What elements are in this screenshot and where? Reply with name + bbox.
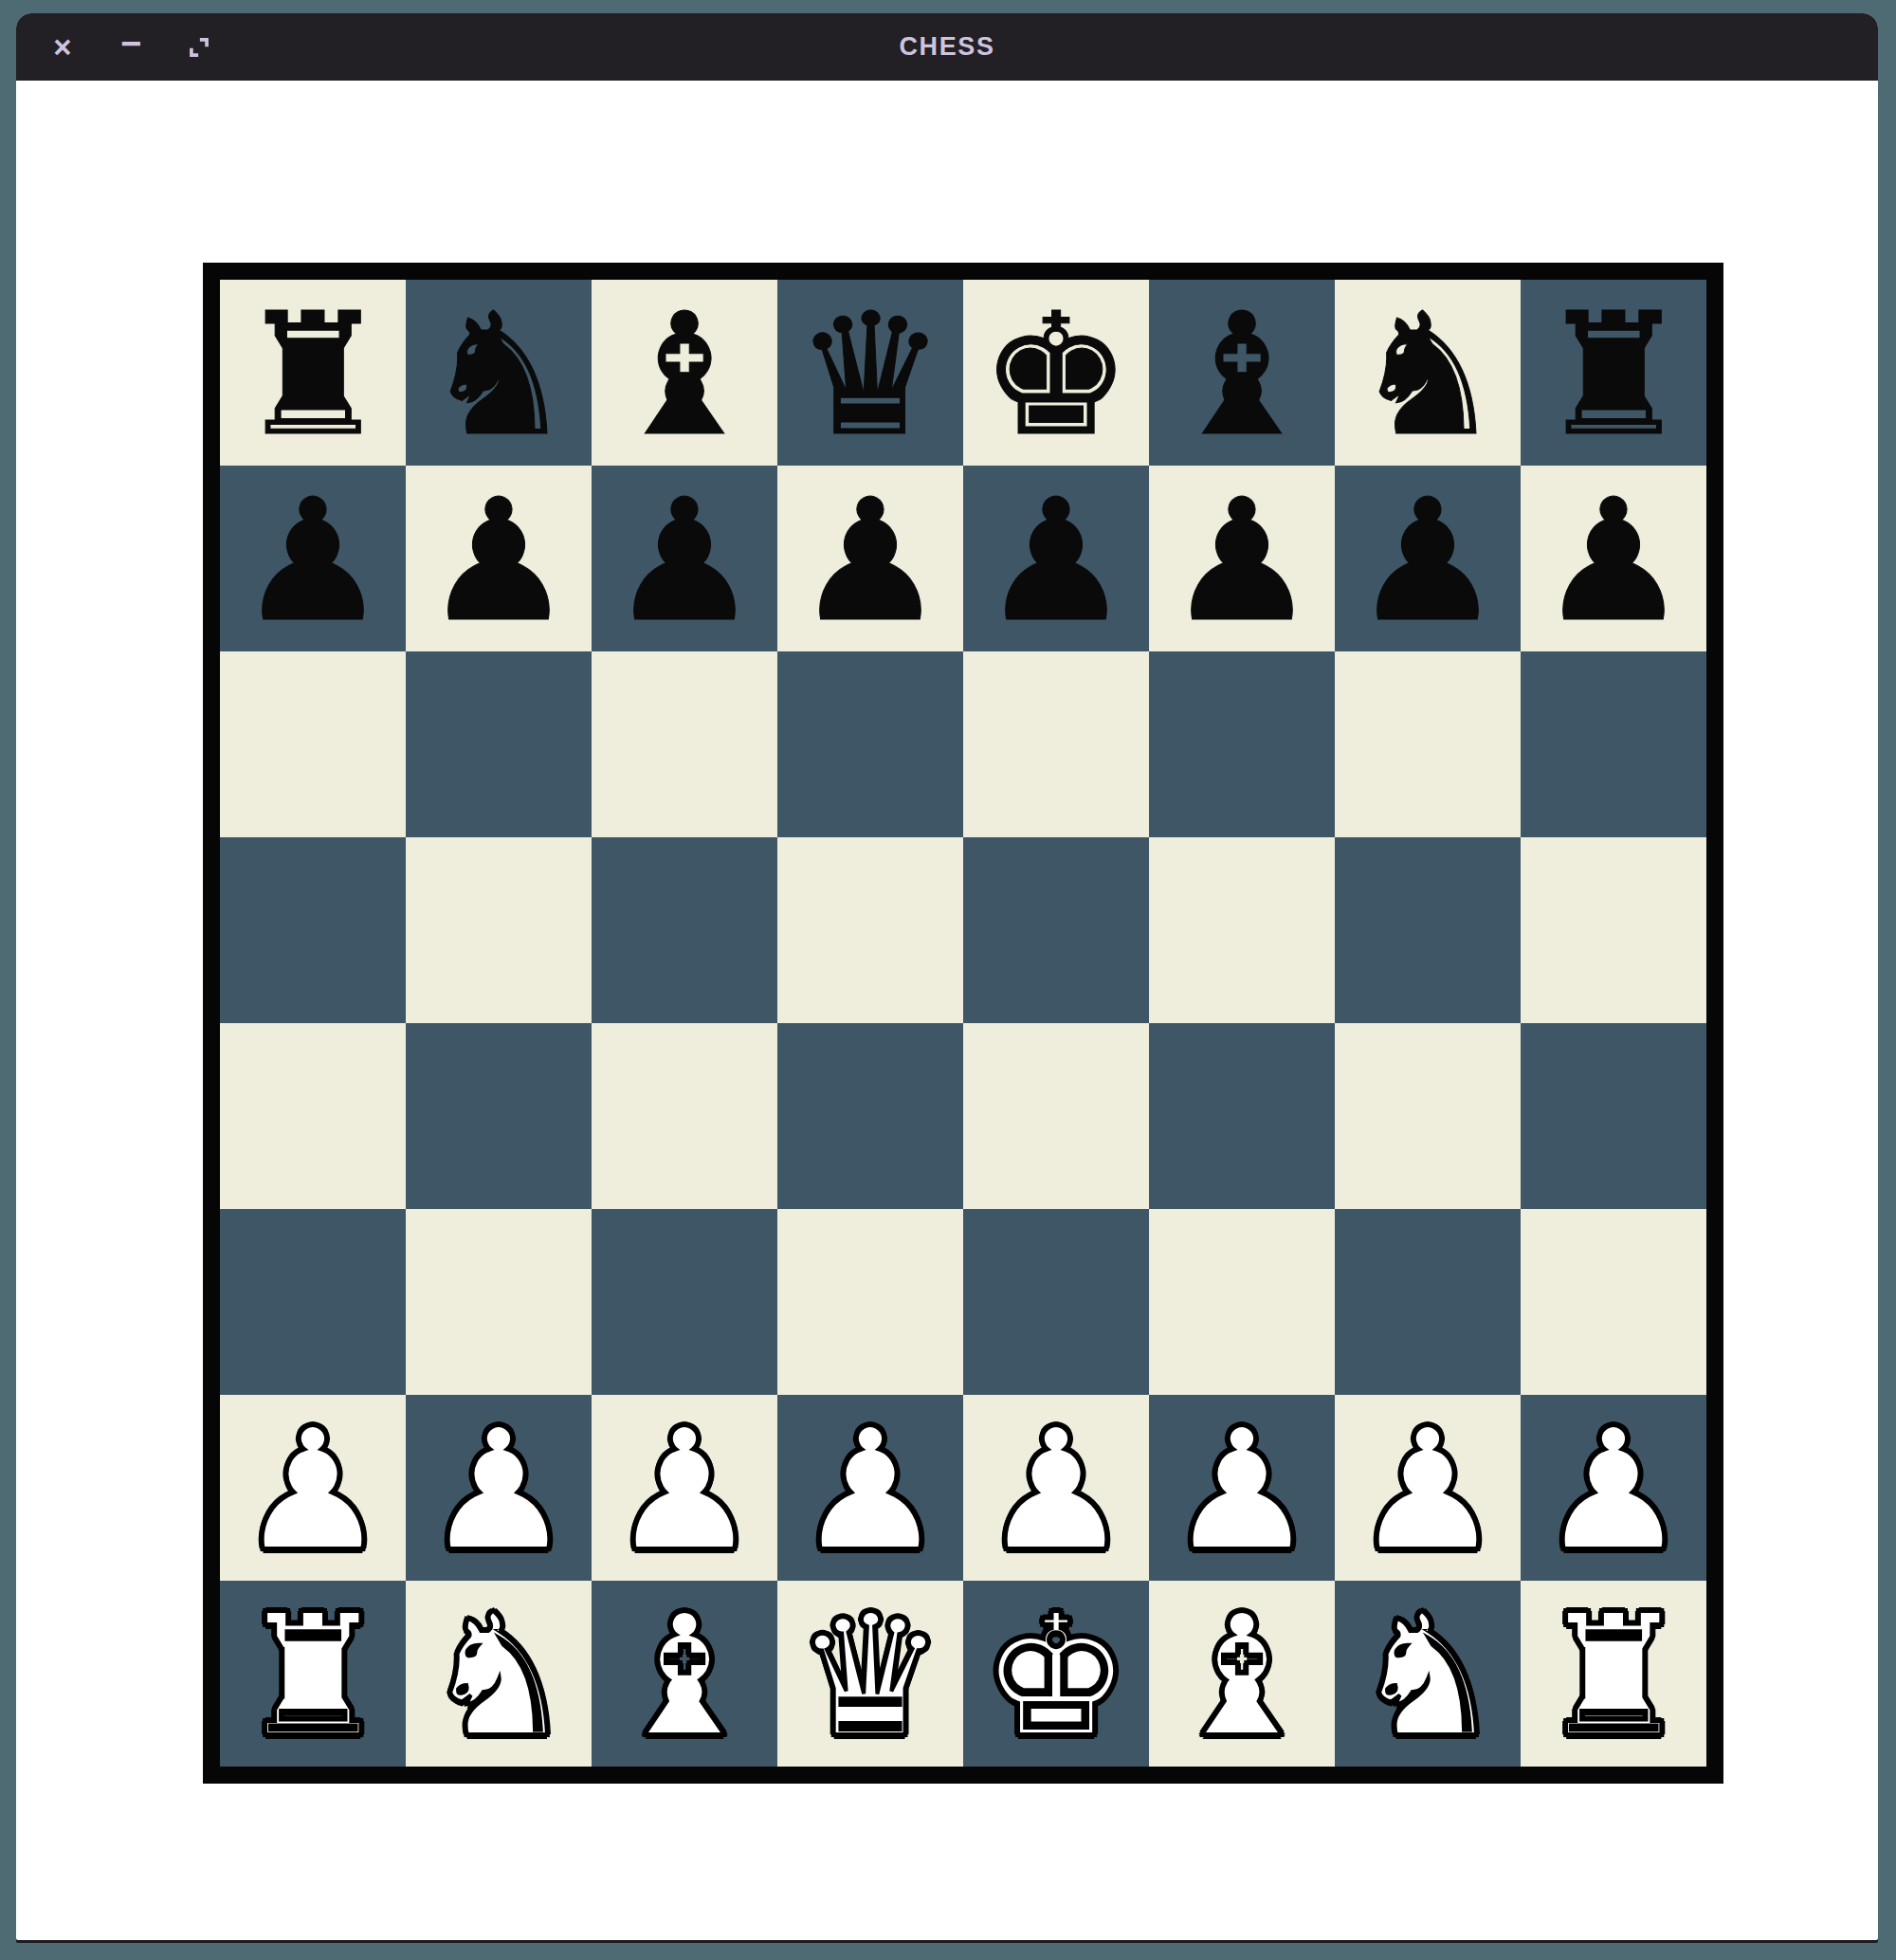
square-b7[interactable]: ♟	[406, 466, 592, 651]
square-e3[interactable]	[963, 1209, 1149, 1395]
square-e2[interactable]: ♟	[963, 1395, 1149, 1581]
black-knight-b8[interactable]: ♞	[423, 291, 574, 460]
square-g2[interactable]: ♟	[1335, 1395, 1521, 1581]
black-pawn-d7[interactable]: ♟	[794, 477, 946, 646]
square-a4[interactable]	[220, 1023, 406, 1209]
titlebar[interactable]: × − CHESS	[16, 13, 1878, 81]
minimize-icon[interactable]: −	[115, 26, 147, 69]
square-e7[interactable]: ♟	[963, 466, 1149, 651]
square-h1[interactable]: ♜	[1521, 1581, 1706, 1767]
expand-icon[interactable]	[183, 28, 215, 66]
square-f3[interactable]	[1149, 1209, 1335, 1395]
square-d3[interactable]	[777, 1209, 963, 1395]
square-f1[interactable]: ♝	[1149, 1581, 1335, 1767]
square-g6[interactable]	[1335, 651, 1521, 837]
square-b2[interactable]: ♟	[406, 1395, 592, 1581]
square-g8[interactable]: ♞	[1335, 280, 1521, 466]
square-b5[interactable]	[406, 837, 592, 1023]
white-pawn-a2[interactable]: ♟	[237, 1406, 389, 1575]
white-king-e1[interactable]: ♚	[980, 1592, 1132, 1761]
square-c6[interactable]	[592, 651, 777, 837]
white-pawn-e2[interactable]: ♟	[980, 1406, 1132, 1575]
square-h4[interactable]	[1521, 1023, 1706, 1209]
square-h7[interactable]: ♟	[1521, 466, 1706, 651]
square-d6[interactable]	[777, 651, 963, 837]
square-f7[interactable]: ♟	[1149, 466, 1335, 651]
square-g7[interactable]: ♟	[1335, 466, 1521, 651]
chess-board: ♜♞♝♛♚♝♞♜♟♟♟♟♟♟♟♟♟♟♟♟♟♟♟♟♜♞♝♛♚♝♞♜	[203, 263, 1723, 1784]
square-f2[interactable]: ♟	[1149, 1395, 1335, 1581]
white-bishop-c1[interactable]: ♝	[609, 1592, 760, 1761]
white-pawn-c2[interactable]: ♟	[609, 1406, 760, 1575]
square-b1[interactable]: ♞	[406, 1581, 592, 1767]
square-a2[interactable]: ♟	[220, 1395, 406, 1581]
black-pawn-g7[interactable]: ♟	[1352, 477, 1504, 646]
square-b6[interactable]	[406, 651, 592, 837]
white-knight-g1[interactable]: ♞	[1352, 1592, 1504, 1761]
square-d7[interactable]: ♟	[777, 466, 963, 651]
square-b3[interactable]	[406, 1209, 592, 1395]
black-pawn-b7[interactable]: ♟	[423, 477, 574, 646]
square-e4[interactable]	[963, 1023, 1149, 1209]
square-d1[interactable]: ♛	[777, 1581, 963, 1767]
square-a5[interactable]	[220, 837, 406, 1023]
square-h2[interactable]: ♟	[1521, 1395, 1706, 1581]
close-icon[interactable]: ×	[46, 28, 79, 66]
square-a6[interactable]	[220, 651, 406, 837]
square-c8[interactable]: ♝	[592, 280, 777, 466]
chess-app-window: × − CHESS ♜♞♝♛♚♝♞♜♟♟♟♟♟♟♟♟♟♟♟♟♟♟♟♟♜♞♝♛♚♝…	[16, 13, 1878, 1940]
white-pawn-f2[interactable]: ♟	[1166, 1406, 1318, 1575]
square-e6[interactable]	[963, 651, 1149, 837]
square-f5[interactable]	[1149, 837, 1335, 1023]
square-e8[interactable]: ♚	[963, 280, 1149, 466]
black-pawn-a7[interactable]: ♟	[237, 477, 389, 646]
black-rook-a8[interactable]: ♜	[237, 291, 389, 460]
square-d5[interactable]	[777, 837, 963, 1023]
square-e5[interactable]	[963, 837, 1149, 1023]
white-rook-a1[interactable]: ♜	[237, 1592, 389, 1761]
square-a3[interactable]	[220, 1209, 406, 1395]
square-a7[interactable]: ♟	[220, 466, 406, 651]
square-c7[interactable]: ♟	[592, 466, 777, 651]
square-h3[interactable]	[1521, 1209, 1706, 1395]
black-queen-d8[interactable]: ♛	[794, 291, 946, 460]
square-g1[interactable]: ♞	[1335, 1581, 1521, 1767]
square-h6[interactable]	[1521, 651, 1706, 837]
white-knight-b1[interactable]: ♞	[423, 1592, 574, 1761]
black-pawn-h7[interactable]: ♟	[1538, 477, 1689, 646]
square-f8[interactable]: ♝	[1149, 280, 1335, 466]
square-g3[interactable]	[1335, 1209, 1521, 1395]
window-title: CHESS	[16, 13, 1878, 81]
black-rook-h8[interactable]: ♜	[1538, 291, 1689, 460]
square-c5[interactable]	[592, 837, 777, 1023]
square-b4[interactable]	[406, 1023, 592, 1209]
square-c1[interactable]: ♝	[592, 1581, 777, 1767]
square-a1[interactable]: ♜	[220, 1581, 406, 1767]
black-king-e8[interactable]: ♚	[980, 291, 1132, 460]
white-pawn-d2[interactable]: ♟	[794, 1406, 946, 1575]
black-pawn-c7[interactable]: ♟	[609, 477, 760, 646]
white-pawn-b2[interactable]: ♟	[423, 1406, 574, 1575]
white-bishop-f1[interactable]: ♝	[1166, 1592, 1318, 1761]
square-g5[interactable]	[1335, 837, 1521, 1023]
screen: × − CHESS ♜♞♝♛♚♝♞♜♟♟♟♟♟♟♟♟♟♟♟♟♟♟♟♟♜♞♝♛♚♝…	[0, 0, 1896, 1960]
square-c3[interactable]	[592, 1209, 777, 1395]
window-controls: × −	[16, 26, 215, 69]
square-d4[interactable]	[777, 1023, 963, 1209]
square-d8[interactable]: ♛	[777, 280, 963, 466]
square-f4[interactable]	[1149, 1023, 1335, 1209]
square-a8[interactable]: ♜	[220, 280, 406, 466]
square-c2[interactable]: ♟	[592, 1395, 777, 1581]
square-d2[interactable]: ♟	[777, 1395, 963, 1581]
black-knight-g8[interactable]: ♞	[1352, 291, 1504, 460]
black-bishop-c8[interactable]: ♝	[609, 291, 760, 460]
square-f6[interactable]	[1149, 651, 1335, 837]
white-queen-d1[interactable]: ♛	[794, 1592, 946, 1761]
square-g4[interactable]	[1335, 1023, 1521, 1209]
black-pawn-e7[interactable]: ♟	[980, 477, 1132, 646]
black-bishop-f8[interactable]: ♝	[1166, 291, 1318, 460]
square-c4[interactable]	[592, 1023, 777, 1209]
square-b8[interactable]: ♞	[406, 280, 592, 466]
black-pawn-f7[interactable]: ♟	[1166, 477, 1318, 646]
white-rook-h1[interactable]: ♜	[1538, 1592, 1689, 1761]
square-e1[interactable]: ♚	[963, 1581, 1149, 1767]
square-h5[interactable]	[1521, 837, 1706, 1023]
white-pawn-h2[interactable]: ♟	[1538, 1406, 1689, 1575]
white-pawn-g2[interactable]: ♟	[1352, 1406, 1504, 1575]
square-h8[interactable]: ♜	[1521, 280, 1706, 466]
